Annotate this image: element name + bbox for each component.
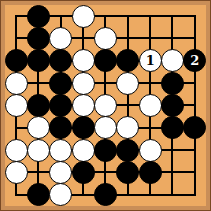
intersection-r6-c9[interactable] [184, 117, 206, 139]
white-stone [139, 94, 162, 117]
intersection-r2-c2[interactable] [27, 27, 49, 49]
intersection-r4-c6[interactable] [117, 72, 139, 94]
intersection-r8-c7[interactable] [139, 161, 161, 183]
intersection-r8-c5[interactable] [94, 161, 116, 183]
intersection-r3-c3[interactable] [50, 50, 72, 72]
intersection-r4-c1[interactable] [5, 72, 27, 94]
black-stone [116, 49, 139, 72]
intersection-r6-c8[interactable] [161, 117, 183, 139]
white-stone [5, 139, 28, 162]
white-stone [72, 49, 95, 72]
intersection-r2-c7[interactable] [139, 27, 161, 49]
intersection-r1-c6[interactable] [117, 5, 139, 27]
black-stone [116, 139, 139, 162]
black-stone [72, 116, 95, 139]
intersection-r5-c2[interactable] [27, 94, 49, 116]
black-stone [27, 183, 50, 206]
intersection-r3-c5[interactable] [94, 50, 116, 72]
intersection-r3-c1[interactable] [5, 50, 27, 72]
white-stone [116, 116, 139, 139]
black-stone [72, 161, 95, 184]
black-stone [161, 116, 184, 139]
intersection-r1-c3[interactable] [50, 5, 72, 27]
intersection-r7-c9[interactable] [184, 139, 206, 161]
white-stone [72, 72, 95, 95]
intersection-r6-c5[interactable] [94, 117, 116, 139]
intersection-r8-c8[interactable] [161, 161, 183, 183]
black-stone [49, 116, 72, 139]
intersection-r1-c5[interactable] [94, 5, 116, 27]
white-stone [161, 49, 184, 72]
intersection-r7-c4[interactable] [72, 139, 94, 161]
intersection-r9-c1[interactable] [5, 184, 27, 206]
white-stone [139, 139, 162, 162]
intersection-r5-c4[interactable] [72, 94, 94, 116]
move-label-2: 2 [190, 54, 199, 67]
board-frame: 12 [1, 1, 210, 210]
intersection-r5-c7[interactable] [139, 94, 161, 116]
intersection-r9-c5[interactable] [94, 184, 116, 206]
intersection-r9-c4[interactable] [72, 184, 94, 206]
intersection-r1-c8[interactable] [161, 5, 183, 27]
intersection-r3-c6[interactable] [117, 50, 139, 72]
intersection-r7-c2[interactable] [27, 139, 49, 161]
black-stone [27, 5, 50, 28]
black-stone [49, 94, 72, 117]
intersection-r7-c1[interactable] [5, 139, 27, 161]
black-stone [5, 49, 28, 72]
intersection-r9-c6[interactable] [117, 184, 139, 206]
intersection-r2-c9[interactable] [184, 27, 206, 49]
white-stone [49, 183, 72, 206]
black-stone [49, 72, 72, 95]
intersection-r6-c4[interactable] [72, 117, 94, 139]
intersection-r2-c8[interactable] [161, 27, 183, 49]
intersection-r4-c5[interactable] [94, 72, 116, 94]
intersection-r2-c5[interactable] [94, 27, 116, 49]
go-board: 12 [5, 5, 206, 206]
black-stone [49, 49, 72, 72]
intersection-r8-c1[interactable] [5, 161, 27, 183]
intersection-r2-c1[interactable] [5, 27, 27, 49]
black-stone [94, 183, 117, 206]
intersection-r6-c1[interactable] [5, 117, 27, 139]
black-stone [139, 161, 162, 184]
intersection-r5-c1[interactable] [5, 94, 27, 116]
white-stone [72, 139, 95, 162]
intersection-r9-c8[interactable] [161, 184, 183, 206]
intersection-r4-c3[interactable] [50, 72, 72, 94]
white-stone [94, 116, 117, 139]
intersection-r6-c7[interactable] [139, 117, 161, 139]
move-label-1: 1 [146, 54, 155, 67]
intersection-r3-c4[interactable] [72, 50, 94, 72]
white-stone [116, 72, 139, 95]
intersection-r1-c1[interactable] [5, 5, 27, 27]
white-stone [5, 72, 28, 95]
intersection-r7-c6[interactable] [117, 139, 139, 161]
black-stone [27, 94, 50, 117]
board-frame-edge: 12 [0, 0, 211, 211]
intersection-r7-c7[interactable] [139, 139, 161, 161]
intersection-r8-c9[interactable] [184, 161, 206, 183]
intersection-r9-c9[interactable] [184, 184, 206, 206]
white-stone: 1 [139, 49, 162, 72]
intersection-r1-c7[interactable] [139, 5, 161, 27]
black-stone [27, 49, 50, 72]
intersection-r9-c7[interactable] [139, 184, 161, 206]
intersection-r3-c9[interactable]: 2 [184, 50, 206, 72]
intersection-r1-c4[interactable] [72, 5, 94, 27]
intersection-r5-c6[interactable] [117, 94, 139, 116]
white-stone [5, 94, 28, 117]
white-stone [5, 161, 28, 184]
intersection-r6-c2[interactable] [27, 117, 49, 139]
intersection-r4-c7[interactable] [139, 72, 161, 94]
intersection-r2-c3[interactable] [50, 27, 72, 49]
intersection-r7-c5[interactable] [94, 139, 116, 161]
intersection-r4-c4[interactable] [72, 72, 94, 94]
intersection-r6-c6[interactable] [117, 117, 139, 139]
intersection-r8-c4[interactable] [72, 161, 94, 183]
intersection-r9-c3[interactable] [50, 184, 72, 206]
white-stone [27, 139, 50, 162]
black-stone [94, 139, 117, 162]
intersection-r2-c4[interactable] [72, 27, 94, 49]
intersection-r3-c2[interactable] [27, 50, 49, 72]
intersection-r5-c9[interactable] [184, 94, 206, 116]
intersection-r7-c3[interactable] [50, 139, 72, 161]
intersection-r5-c3[interactable] [50, 94, 72, 116]
white-stone [94, 27, 117, 50]
white-stone [49, 161, 72, 184]
intersection-r3-c7[interactable]: 1 [139, 50, 161, 72]
intersection-r8-c6[interactable] [117, 161, 139, 183]
intersection-r5-c5[interactable] [94, 94, 116, 116]
intersection-r7-c8[interactable] [161, 139, 183, 161]
intersection-r9-c2[interactable] [27, 184, 49, 206]
black-stone [27, 27, 50, 50]
white-stone [49, 139, 72, 162]
black-stone [94, 49, 117, 72]
intersection-r1-c2[interactable] [27, 5, 49, 27]
intersection-r1-c9[interactable] [184, 5, 206, 27]
black-stone: 2 [183, 49, 206, 72]
intersection-r2-c6[interactable] [117, 27, 139, 49]
white-stone [49, 27, 72, 50]
intersection-r3-c8[interactable] [161, 50, 183, 72]
intersection-r8-c2[interactable] [27, 161, 49, 183]
white-stone [94, 94, 117, 117]
black-stone [161, 94, 184, 117]
white-stone [72, 94, 95, 117]
intersection-r4-c9[interactable] [184, 72, 206, 94]
black-stone [183, 116, 206, 139]
black-stone [161, 72, 184, 95]
intersection-r8-c3[interactable] [50, 161, 72, 183]
black-stone [116, 161, 139, 184]
intersection-r4-c2[interactable] [27, 72, 49, 94]
intersection-r5-c8[interactable] [161, 94, 183, 116]
intersection-r6-c3[interactable] [50, 117, 72, 139]
white-stone [72, 5, 95, 28]
white-stone [27, 116, 50, 139]
intersection-r4-c8[interactable] [161, 72, 183, 94]
